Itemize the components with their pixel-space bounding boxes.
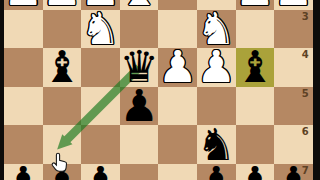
square-c4[interactable]: ♟	[197, 48, 236, 87]
square-e6[interactable]	[120, 125, 159, 164]
square-a4[interactable]: 4	[274, 48, 313, 87]
square-a3[interactable]: 3	[274, 10, 313, 49]
square-f7[interactable]: ♟	[81, 164, 120, 180]
white-pawn-c4[interactable]: ♟	[197, 48, 236, 87]
square-h2[interactable]: ♟	[4, 0, 43, 10]
black-pawn-c7[interactable]: ♟	[197, 164, 236, 180]
black-pawn-g7[interactable]: ♟	[43, 164, 82, 180]
white-pawn-b2[interactable]: ♟	[236, 0, 275, 10]
square-b4[interactable]: ♝	[236, 48, 275, 87]
square-d2[interactable]	[158, 0, 197, 10]
rank-label-5: 5	[302, 88, 309, 99]
square-f3[interactable]: ♞	[81, 10, 120, 49]
square-d4[interactable]: ♟	[158, 48, 197, 87]
white-pawn-d4[interactable]: ♟	[158, 48, 197, 87]
square-d6[interactable]	[158, 125, 197, 164]
black-bishop-b4[interactable]: ♝	[236, 48, 275, 87]
black-pawn-h7[interactable]: ♟	[4, 164, 43, 180]
square-b2[interactable]: ♟	[236, 0, 275, 10]
square-h7[interactable]: ♟	[4, 164, 43, 180]
white-bishop-e2[interactable]: ♝	[120, 0, 159, 10]
black-pawn-b7[interactable]: ♟	[236, 164, 275, 180]
square-a7[interactable]: 7♟	[274, 164, 313, 180]
square-g4[interactable]: ♝	[43, 48, 82, 87]
square-d7[interactable]	[158, 164, 197, 180]
square-g7[interactable]: ♟	[43, 164, 82, 180]
square-a5[interactable]: 5	[274, 87, 313, 126]
square-c7[interactable]: ♟	[197, 164, 236, 180]
black-pawn-f7[interactable]: ♟	[81, 164, 120, 180]
square-h3[interactable]	[4, 10, 43, 49]
square-h5[interactable]	[4, 87, 43, 126]
square-f4[interactable]	[81, 48, 120, 87]
square-b5[interactable]	[236, 87, 275, 126]
square-e7[interactable]	[120, 164, 159, 180]
square-d5[interactable]	[158, 87, 197, 126]
square-g5[interactable]	[43, 87, 82, 126]
black-pawn-a7[interactable]: ♟	[274, 164, 313, 180]
rank-label-6: 6	[302, 126, 309, 137]
square-g2[interactable]: ♟	[43, 0, 82, 10]
black-bishop-g4[interactable]: ♝	[43, 48, 82, 87]
chess-board[interactable]: ♟♟♟♝♟♟♞♞3♝♛♟♟♝4♟5♞6♟♟♟♟♟7♟	[4, 0, 313, 180]
white-pawn-h2[interactable]: ♟	[4, 0, 43, 10]
square-e5[interactable]: ♟	[120, 87, 159, 126]
square-h4[interactable]	[4, 48, 43, 87]
square-f5[interactable]	[81, 87, 120, 126]
square-b7[interactable]: ♟	[236, 164, 275, 180]
rank-label-4: 4	[302, 49, 309, 60]
square-a2[interactable]: ♟	[274, 0, 313, 10]
black-pawn-e5[interactable]: ♟	[120, 87, 159, 126]
white-pawn-g2[interactable]: ♟	[43, 0, 82, 10]
square-e2[interactable]: ♝	[120, 0, 159, 10]
white-knight-f3[interactable]: ♞	[81, 10, 120, 49]
chess-board-screenshot: ♟♟♟♝♟♟♞♞3♝♛♟♟♝4♟5♞6♟♟♟♟♟7♟	[0, 0, 320, 180]
white-pawn-a2[interactable]: ♟	[274, 0, 313, 10]
